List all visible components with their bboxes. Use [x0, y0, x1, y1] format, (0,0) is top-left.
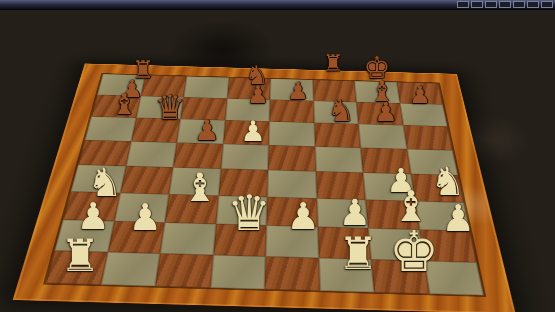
pieces-layer: ♜♜♞♚♟♟♟♝♟♝♛♞♟♟♟♞♝♟♞♟♟♛♟♟♝♟♜♜♚ [0, 0, 555, 312]
piece-black-q-b6[interactable]: ♛ [155, 90, 185, 124]
window-button-5[interactable] [513, 1, 525, 8]
piece-black-p-g6[interactable]: ♟ [374, 99, 397, 125]
piece-white-p-h2[interactable]: ♟ [441, 200, 474, 237]
piece-white-p-b2[interactable]: ♟ [128, 199, 161, 236]
window-buttons [457, 1, 553, 8]
window-button-7[interactable] [541, 1, 553, 8]
window-button-1[interactable] [457, 1, 469, 8]
piece-white-p-d5[interactable]: ♟ [240, 118, 265, 146]
piece-white-n-h3[interactable]: ♞ [431, 162, 466, 201]
piece-white-r-a1[interactable]: ♜ [60, 233, 100, 278]
window-button-3[interactable] [485, 1, 497, 8]
window-button-6[interactable] [527, 1, 539, 8]
window-button-4[interactable] [499, 1, 511, 8]
chess-app-window: ♜♜♞♚♟♟♟♝♟♝♛♞♟♟♟♞♝♟♞♟♟♛♟♟♝♟♜♜♚ [0, 0, 555, 312]
window-button-2[interactable] [471, 1, 483, 8]
piece-black-p-h7[interactable]: ♟ [409, 83, 431, 107]
piece-white-k-g1[interactable]: ♚ [389, 224, 439, 280]
piece-black-n-f6[interactable]: ♞ [328, 96, 355, 126]
piece-black-p-e7[interactable]: ♟ [287, 79, 309, 103]
piece-black-p-d7[interactable]: ♟ [247, 83, 269, 107]
piece-black-r-f8[interactable]: ♜ [323, 52, 344, 75]
piece-white-r-f1[interactable]: ♜ [338, 231, 378, 276]
title-bar [0, 0, 555, 10]
piece-white-q-d2[interactable]: ♛ [227, 189, 271, 238]
piece-black-p-c5[interactable]: ♟ [194, 117, 219, 145]
piece-white-p-e2[interactable]: ♟ [286, 198, 319, 235]
piece-white-b-c3[interactable]: ♝ [183, 168, 218, 207]
piece-black-b-a6[interactable]: ♝ [111, 90, 137, 119]
